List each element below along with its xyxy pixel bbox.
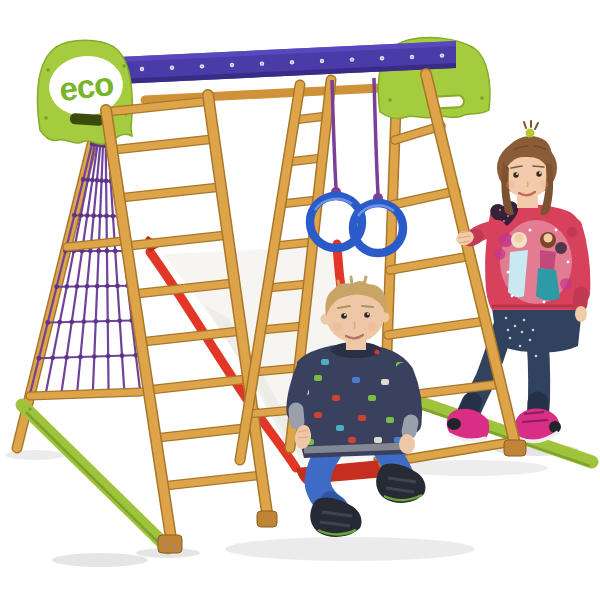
ladder-foot	[257, 511, 277, 527]
base-rail-left	[22, 405, 168, 548]
girl-child	[447, 121, 587, 441]
girl-face	[505, 156, 550, 198]
hair-bobble	[526, 129, 535, 138]
play-gym-scene: eco	[0, 0, 600, 600]
eco-panel: eco	[37, 40, 132, 144]
girl-jeans	[492, 308, 582, 352]
ladder-foot	[158, 535, 182, 553]
photo-stage: eco	[0, 0, 600, 600]
eco-logo-text: eco	[57, 65, 115, 108]
ladder-foot	[504, 440, 526, 456]
